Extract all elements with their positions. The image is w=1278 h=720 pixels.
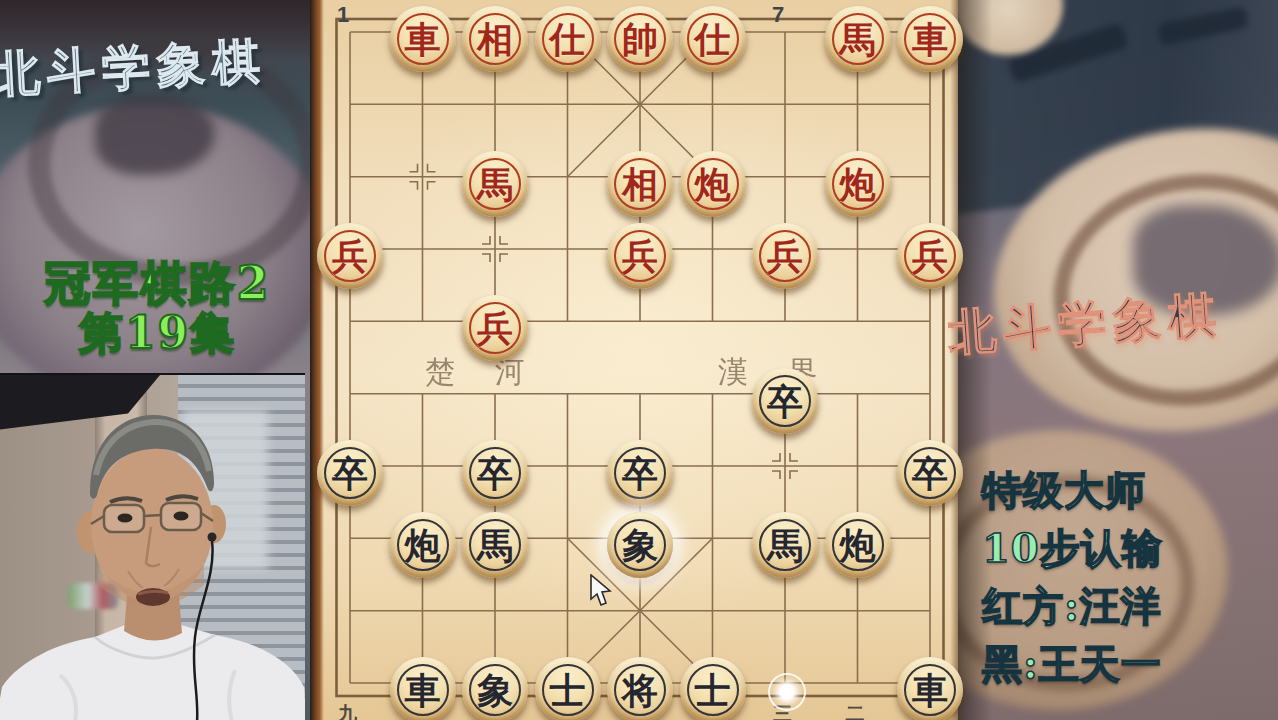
- piece-black-advisor[interactable]: 士: [680, 657, 746, 720]
- caption-line: 黑:王天一: [982, 635, 1278, 693]
- piece-black-elephant[interactable]: 象: [607, 512, 673, 578]
- file-label-top: 7: [772, 2, 784, 28]
- piece-black-horse[interactable]: 馬: [752, 512, 818, 578]
- caption-line: 特级大师: [982, 461, 1278, 519]
- caption-line: 10步认输: [982, 519, 1278, 577]
- piece-black-cannon[interactable]: 炮: [825, 512, 891, 578]
- file-label-top: 1: [337, 2, 349, 28]
- piece-red-soldier[interactable]: 兵: [607, 223, 673, 289]
- caption-line: 红方:汪洋: [982, 577, 1278, 635]
- piece-black-soldier[interactable]: 卒: [317, 440, 383, 506]
- piece-black-soldier[interactable]: 卒: [897, 440, 963, 506]
- video-frame: 楚 河 漢 界 17九三二 車相仕帥仕馬車馬相炮炮兵兵兵兵兵卒卒卒卒卒炮馬象馬炮…: [0, 0, 1278, 720]
- piece-red-horse[interactable]: 馬: [462, 151, 528, 217]
- piece-red-elephant[interactable]: 相: [462, 6, 528, 72]
- piece-red-horse[interactable]: 馬: [825, 6, 891, 72]
- piece-black-soldier[interactable]: 卒: [752, 368, 818, 434]
- piece-red-elephant[interactable]: 相: [607, 151, 673, 217]
- piece-red-soldier[interactable]: 兵: [897, 223, 963, 289]
- piece-red-chariot[interactable]: 車: [897, 6, 963, 72]
- piece-black-chariot[interactable]: 車: [897, 657, 963, 720]
- piece-black-horse[interactable]: 馬: [462, 512, 528, 578]
- piece-red-cannon[interactable]: 炮: [680, 151, 746, 217]
- series-title-line2: 第19集: [0, 304, 315, 363]
- piece-black-elephant[interactable]: 象: [462, 657, 528, 720]
- webcam-video: [0, 373, 305, 720]
- piece-black-chariot[interactable]: 車: [390, 657, 456, 720]
- match-caption: 特级大师10步认输红方:汪洋黑:王天一: [982, 461, 1278, 693]
- mouse-cursor: [588, 574, 614, 608]
- piece-red-chariot[interactable]: 車: [390, 6, 456, 72]
- piece-red-soldier[interactable]: 兵: [317, 223, 383, 289]
- piece-red-soldier[interactable]: 兵: [462, 295, 528, 361]
- piece-red-soldier[interactable]: 兵: [752, 223, 818, 289]
- piece-red-advisor[interactable]: 仕: [535, 6, 601, 72]
- file-label-bottom: 九: [338, 701, 357, 720]
- piece-red-king[interactable]: 帥: [607, 6, 673, 72]
- piece-red-advisor[interactable]: 仕: [680, 6, 746, 72]
- piece-black-soldier[interactable]: 卒: [607, 440, 673, 506]
- piece-black-king[interactable]: 将: [607, 657, 673, 720]
- piece-black-cannon[interactable]: 炮: [390, 512, 456, 578]
- piece-black-advisor[interactable]: 士: [535, 657, 601, 720]
- piece-red-cannon[interactable]: 炮: [825, 151, 891, 217]
- last-move-origin-marker: [768, 673, 806, 711]
- presenter-person: [0, 375, 305, 720]
- file-label-bottom: 二: [846, 701, 865, 720]
- piece-black-soldier[interactable]: 卒: [462, 440, 528, 506]
